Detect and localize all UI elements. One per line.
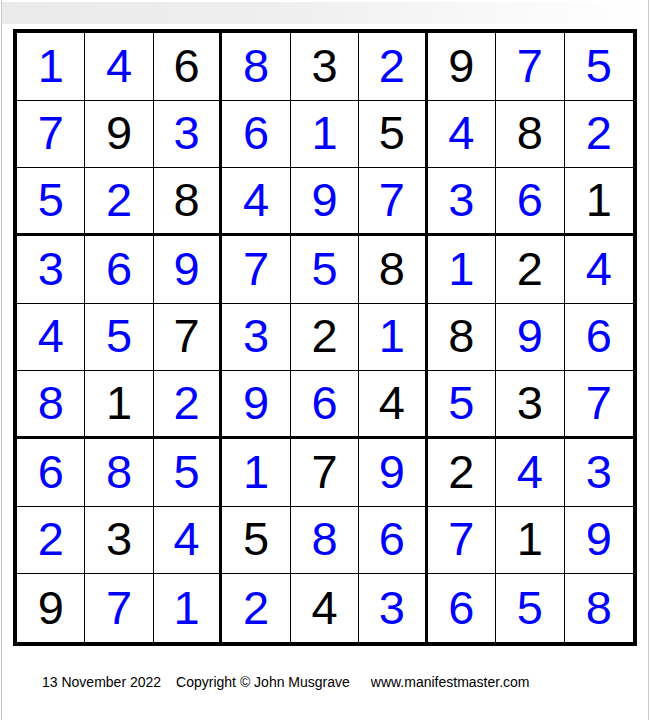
- sudoku-cell-r6c2: 1: [85, 371, 153, 439]
- sudoku-cell-r6c5: 6: [291, 371, 359, 439]
- sudoku-cell-r9c6: 3: [359, 574, 427, 642]
- sudoku-cell-r1c8: 7: [496, 33, 564, 101]
- sudoku-cell-r9c1: 9: [17, 574, 85, 642]
- footer-date: 13 November 2022: [42, 674, 161, 690]
- sudoku-cell-r4c1: 3: [17, 236, 85, 304]
- sudoku-cell-r4c6: 8: [359, 236, 427, 304]
- sudoku-cell-r6c3: 2: [154, 371, 222, 439]
- sudoku-cell-r7c7: 2: [428, 439, 496, 507]
- sudoku-cell-r2c5: 1: [291, 101, 359, 169]
- sudoku-cell-r3c6: 7: [359, 168, 427, 236]
- sudoku-cell-r6c9: 7: [565, 371, 633, 439]
- sudoku-cell-r3c3: 8: [154, 168, 222, 236]
- sudoku-cell-r3c1: 5: [17, 168, 85, 236]
- footer-website: www.manifestmaster.com: [371, 674, 530, 690]
- sudoku-cell-r2c4: 6: [222, 101, 290, 169]
- sudoku-cell-r5c1: 4: [17, 304, 85, 372]
- sudoku-cell-r3c9: 1: [565, 168, 633, 236]
- sudoku-cell-r9c2: 7: [85, 574, 153, 642]
- sudoku-cell-r2c9: 2: [565, 101, 633, 169]
- sudoku-cell-r9c9: 8: [565, 574, 633, 642]
- sudoku-cell-r4c9: 4: [565, 236, 633, 304]
- sudoku-cell-r1c5: 3: [291, 33, 359, 101]
- sudoku-cell-r2c6: 5: [359, 101, 427, 169]
- sudoku-cell-r8c5: 8: [291, 507, 359, 575]
- sudoku-cell-r5c3: 7: [154, 304, 222, 372]
- sudoku-cell-r5c8: 9: [496, 304, 564, 372]
- sudoku-cell-r7c4: 1: [222, 439, 290, 507]
- sudoku-cell-r5c7: 8: [428, 304, 496, 372]
- sudoku-cell-r7c2: 8: [85, 439, 153, 507]
- sudoku-cell-r7c6: 9: [359, 439, 427, 507]
- sudoku-cell-r8c2: 3: [85, 507, 153, 575]
- sudoku-cell-r2c1: 7: [17, 101, 85, 169]
- sudoku-cell-r4c3: 9: [154, 236, 222, 304]
- sudoku-cell-r2c8: 8: [496, 101, 564, 169]
- sudoku-cell-r7c1: 6: [17, 439, 85, 507]
- sudoku-cell-r6c7: 5: [428, 371, 496, 439]
- sudoku-cell-r8c9: 9: [565, 507, 633, 575]
- sudoku-cell-r4c5: 5: [291, 236, 359, 304]
- sudoku-cell-r8c1: 2: [17, 507, 85, 575]
- sudoku-cell-r1c1: 1: [17, 33, 85, 101]
- sudoku-cell-r7c8: 4: [496, 439, 564, 507]
- sudoku-cell-r9c5: 4: [291, 574, 359, 642]
- sudoku-cell-r9c3: 1: [154, 574, 222, 642]
- footer-copyright: Copyright © John Musgrave: [176, 674, 350, 690]
- sudoku-cell-r5c4: 3: [222, 304, 290, 372]
- page-left-edge: [1, 0, 2, 720]
- sudoku-cell-r7c3: 5: [154, 439, 222, 507]
- sudoku-cell-r4c4: 7: [222, 236, 290, 304]
- sudoku-cell-r3c5: 9: [291, 168, 359, 236]
- sudoku-cell-r4c2: 6: [85, 236, 153, 304]
- sudoku-cell-r6c8: 3: [496, 371, 564, 439]
- sudoku-cell-r1c2: 4: [85, 33, 153, 101]
- sudoku-board: 1468329757936154825284973613697581244573…: [13, 29, 637, 646]
- sudoku-cell-r6c1: 8: [17, 371, 85, 439]
- sudoku-cell-r5c9: 6: [565, 304, 633, 372]
- sudoku-cell-r4c7: 1: [428, 236, 496, 304]
- sudoku-cell-r2c7: 4: [428, 101, 496, 169]
- sudoku-cell-r9c8: 5: [496, 574, 564, 642]
- sudoku-cell-r3c4: 4: [222, 168, 290, 236]
- sudoku-cell-r8c3: 4: [154, 507, 222, 575]
- sudoku-cell-r9c7: 6: [428, 574, 496, 642]
- page-right-edge: [648, 0, 649, 720]
- sudoku-cell-r1c6: 2: [359, 33, 427, 101]
- sudoku-cell-r1c7: 9: [428, 33, 496, 101]
- sudoku-cell-r6c4: 9: [222, 371, 290, 439]
- sudoku-cell-r1c9: 5: [565, 33, 633, 101]
- sudoku-cell-r1c4: 8: [222, 33, 290, 101]
- sudoku-cell-r2c3: 3: [154, 101, 222, 169]
- sudoku-cell-r1c3: 6: [154, 33, 222, 101]
- sudoku-cell-r5c2: 5: [85, 304, 153, 372]
- sudoku-cell-r8c8: 1: [496, 507, 564, 575]
- sudoku-cell-r9c4: 2: [222, 574, 290, 642]
- sudoku-cell-r5c6: 1: [359, 304, 427, 372]
- sudoku-cell-r6c6: 4: [359, 371, 427, 439]
- sudoku-cell-r3c8: 6: [496, 168, 564, 236]
- sudoku-cell-r3c7: 3: [428, 168, 496, 236]
- sudoku-cell-r7c9: 3: [565, 439, 633, 507]
- sudoku-cell-r8c7: 7: [428, 507, 496, 575]
- sudoku-cell-r3c2: 2: [85, 168, 153, 236]
- sudoku-cell-r5c5: 2: [291, 304, 359, 372]
- sudoku-cell-r2c2: 9: [85, 101, 153, 169]
- sudoku-cell-r8c4: 5: [222, 507, 290, 575]
- sudoku-cell-r7c5: 7: [291, 439, 359, 507]
- top-gradient-bar: [2, 2, 647, 24]
- footer: 13 November 2022 Copyright © John Musgra…: [42, 674, 530, 690]
- sudoku-cell-r8c6: 6: [359, 507, 427, 575]
- sudoku-cell-r4c8: 2: [496, 236, 564, 304]
